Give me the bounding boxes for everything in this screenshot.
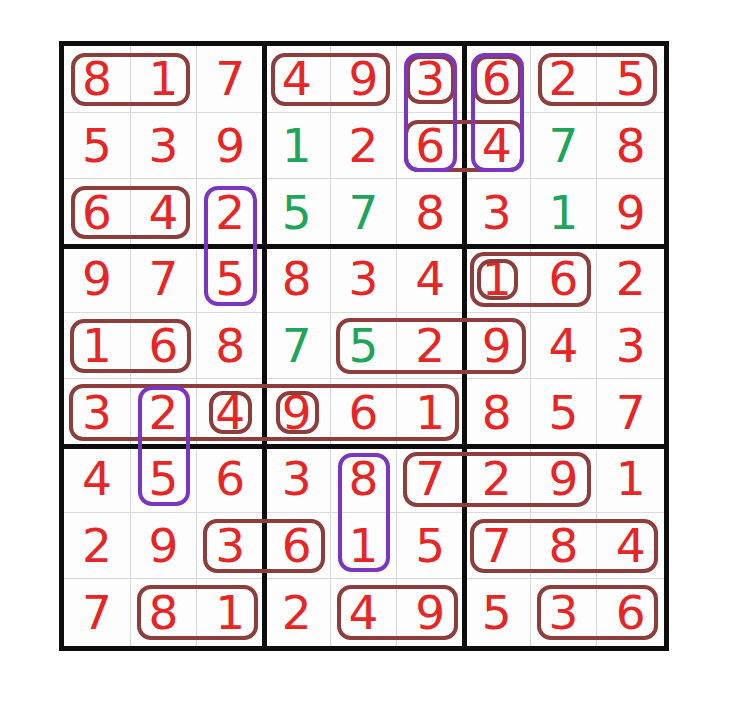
digit: 1 xyxy=(349,522,379,569)
cell-r9c1[interactable]: 7 xyxy=(64,579,131,646)
cell-r7c2[interactable]: 5 xyxy=(131,446,198,513)
cell-r5c5[interactable]: 5 xyxy=(331,313,398,380)
digit: 7 xyxy=(82,589,112,636)
cell-r9c8[interactable]: 3 xyxy=(531,579,598,646)
digit: 1 xyxy=(616,455,646,502)
cell-r8c4[interactable]: 6 xyxy=(264,513,331,580)
digit: 1 xyxy=(549,189,579,236)
digit: 9 xyxy=(415,589,445,636)
cell-r2c9[interactable]: 8 xyxy=(597,113,664,180)
digit: 5 xyxy=(482,589,512,636)
digit: 8 xyxy=(482,389,512,436)
sudoku-board: 8174936255391264786425783199758341621687… xyxy=(59,41,669,651)
cell-r1c3[interactable]: 7 xyxy=(197,46,264,113)
digit: 4 xyxy=(349,589,379,636)
digit: 9 xyxy=(549,455,579,502)
cell-r5c1[interactable]: 1 xyxy=(64,313,131,380)
cell-r6c4[interactable]: 9 xyxy=(264,379,331,446)
cell-r6c1[interactable]: 3 xyxy=(64,379,131,446)
cell-r6c9[interactable]: 7 xyxy=(597,379,664,446)
cell-r7c7[interactable]: 2 xyxy=(464,446,531,513)
cell-r2c8[interactable]: 7 xyxy=(531,113,598,180)
cell-r1c1[interactable]: 8 xyxy=(64,46,131,113)
cell-r3c1[interactable]: 6 xyxy=(64,179,131,246)
cell-r9c2[interactable]: 8 xyxy=(131,579,198,646)
cell-r3c8[interactable]: 1 xyxy=(531,179,598,246)
cell-r6c8[interactable]: 5 xyxy=(531,379,598,446)
digit: 5 xyxy=(282,189,312,236)
cell-r4c5[interactable]: 3 xyxy=(331,246,398,313)
cell-r7c3[interactable]: 6 xyxy=(197,446,264,513)
cell-r7c9[interactable]: 1 xyxy=(597,446,664,513)
cell-r5c6[interactable]: 2 xyxy=(397,313,464,380)
cell-r8c5[interactable]: 1 xyxy=(331,513,398,580)
digit: 8 xyxy=(149,589,179,636)
digit: 9 xyxy=(282,389,312,436)
cell-r1c8[interactable]: 2 xyxy=(531,46,598,113)
cell-r5c7[interactable]: 9 xyxy=(464,313,531,380)
cell-r2c5[interactable]: 2 xyxy=(331,113,398,180)
cell-r3c3[interactable]: 2 xyxy=(197,179,264,246)
cell-r5c9[interactable]: 3 xyxy=(597,313,664,380)
digit: 7 xyxy=(482,522,512,569)
digit: 4 xyxy=(415,255,445,302)
digit: 4 xyxy=(549,322,579,369)
digit: 5 xyxy=(82,122,112,169)
cell-r7c6[interactable]: 7 xyxy=(397,446,464,513)
cell-r3c5[interactable]: 7 xyxy=(331,179,398,246)
cell-r1c5[interactable]: 9 xyxy=(331,46,398,113)
digit: 4 xyxy=(149,189,179,236)
digit: 2 xyxy=(282,589,312,636)
digit: 2 xyxy=(82,522,112,569)
cell-r1c9[interactable]: 5 xyxy=(597,46,664,113)
digit: 7 xyxy=(149,255,179,302)
cell-r9c3[interactable]: 1 xyxy=(197,579,264,646)
page: 8174936255391264786425783199758341621687… xyxy=(0,0,729,720)
digit: 2 xyxy=(415,322,445,369)
digit: 7 xyxy=(415,455,445,502)
cell-r2c1[interactable]: 5 xyxy=(64,113,131,180)
digit: 8 xyxy=(616,122,646,169)
cell-r4c7[interactable]: 1 xyxy=(464,246,531,313)
digit: 3 xyxy=(482,189,512,236)
cell-r3c9[interactable]: 9 xyxy=(597,179,664,246)
digit: 9 xyxy=(349,55,379,102)
cell-r5c4[interactable]: 7 xyxy=(264,313,331,380)
cell-r3c7[interactable]: 3 xyxy=(464,179,531,246)
digit: 4 xyxy=(616,522,646,569)
cell-r5c3[interactable]: 8 xyxy=(197,313,264,380)
digit: 3 xyxy=(616,322,646,369)
digit: 4 xyxy=(282,55,312,102)
digit: 5 xyxy=(215,255,245,302)
cell-r3c4[interactable]: 5 xyxy=(264,179,331,246)
cell-r2c6[interactable]: 6 xyxy=(397,113,464,180)
digit: 2 xyxy=(215,189,245,236)
digit: 1 xyxy=(215,589,245,636)
digit: 3 xyxy=(549,589,579,636)
digit: 8 xyxy=(215,322,245,369)
cell-r2c2[interactable]: 3 xyxy=(131,113,198,180)
cell-r7c8[interactable]: 9 xyxy=(531,446,598,513)
digit: 3 xyxy=(149,122,179,169)
box-border-vertical-1 xyxy=(262,46,267,646)
cell-r3c2[interactable]: 4 xyxy=(131,179,198,246)
digit: 6 xyxy=(482,55,512,102)
digit: 3 xyxy=(415,55,445,102)
digit: 7 xyxy=(215,55,245,102)
digit: 2 xyxy=(149,389,179,436)
digit: 6 xyxy=(215,455,245,502)
digit: 8 xyxy=(415,189,445,236)
cell-r6c5[interactable]: 6 xyxy=(331,379,398,446)
cell-r7c4[interactable]: 3 xyxy=(264,446,331,513)
digit: 1 xyxy=(415,389,445,436)
cell-r1c6[interactable]: 3 xyxy=(397,46,464,113)
cell-r6c6[interactable]: 1 xyxy=(397,379,464,446)
digit: 7 xyxy=(616,389,646,436)
digit: 3 xyxy=(82,389,112,436)
digit: 5 xyxy=(349,322,379,369)
cell-r9c7[interactable]: 5 xyxy=(464,579,531,646)
cell-r6c7[interactable]: 8 xyxy=(464,379,531,446)
cell-r8c7[interactable]: 7 xyxy=(464,513,531,580)
cell-r8c2[interactable]: 9 xyxy=(131,513,198,580)
digit: 8 xyxy=(82,55,112,102)
cell-r9c4[interactable]: 2 xyxy=(264,579,331,646)
digit: 7 xyxy=(349,189,379,236)
cell-r4c1[interactable]: 9 xyxy=(64,246,131,313)
digit: 6 xyxy=(415,122,445,169)
digit: 9 xyxy=(149,522,179,569)
digit: 3 xyxy=(349,255,379,302)
cell-r4c9[interactable]: 2 xyxy=(597,246,664,313)
digit: 1 xyxy=(149,55,179,102)
digit: 3 xyxy=(215,522,245,569)
digit: 7 xyxy=(282,322,312,369)
digit: 1 xyxy=(482,255,512,302)
digit: 4 xyxy=(482,122,512,169)
digit: 1 xyxy=(82,322,112,369)
digit: 8 xyxy=(349,455,379,502)
digit: 6 xyxy=(149,322,179,369)
digit: 7 xyxy=(549,122,579,169)
cell-r6c3[interactable]: 4 xyxy=(197,379,264,446)
digit: 2 xyxy=(349,122,379,169)
cell-r2c3[interactable]: 9 xyxy=(197,113,264,180)
digit: 6 xyxy=(349,389,379,436)
cell-r4c6[interactable]: 4 xyxy=(397,246,464,313)
box-border-horizontal-2 xyxy=(64,444,664,449)
digit: 9 xyxy=(215,122,245,169)
cell-r8c3[interactable]: 3 xyxy=(197,513,264,580)
cell-r5c2[interactable]: 6 xyxy=(131,313,198,380)
digit: 5 xyxy=(415,522,445,569)
cell-r4c3[interactable]: 5 xyxy=(197,246,264,313)
cell-r7c1[interactable]: 4 xyxy=(64,446,131,513)
digit: 2 xyxy=(482,455,512,502)
digit: 9 xyxy=(616,189,646,236)
digit: 8 xyxy=(282,255,312,302)
digit: 6 xyxy=(549,255,579,302)
cell-r8c6[interactable]: 5 xyxy=(397,513,464,580)
digit: 9 xyxy=(82,255,112,302)
digit: 8 xyxy=(549,522,579,569)
cell-r2c4[interactable]: 1 xyxy=(264,113,331,180)
cell-r8c8[interactable]: 8 xyxy=(531,513,598,580)
digit: 5 xyxy=(149,455,179,502)
box-border-vertical-2 xyxy=(462,46,467,646)
cell-r1c7[interactable]: 6 xyxy=(464,46,531,113)
digit: 4 xyxy=(215,389,245,436)
digit: 6 xyxy=(282,522,312,569)
cell-r7c5[interactable]: 8 xyxy=(331,446,398,513)
digit: 9 xyxy=(482,322,512,369)
digit: 3 xyxy=(282,455,312,502)
cell-r9c6[interactable]: 9 xyxy=(397,579,464,646)
digit: 6 xyxy=(82,189,112,236)
cell-r8c9[interactable]: 4 xyxy=(597,513,664,580)
cell-r8c1[interactable]: 2 xyxy=(64,513,131,580)
cell-r4c8[interactable]: 6 xyxy=(531,246,598,313)
digit: 2 xyxy=(616,255,646,302)
box-border-horizontal-1 xyxy=(64,244,664,249)
cell-r9c5[interactable]: 4 xyxy=(331,579,398,646)
cell-r5c8[interactable]: 4 xyxy=(531,313,598,380)
cell-r4c4[interactable]: 8 xyxy=(264,246,331,313)
cell-r6c2[interactable]: 2 xyxy=(131,379,198,446)
digit: 4 xyxy=(82,455,112,502)
digit: 5 xyxy=(549,389,579,436)
cell-r1c2[interactable]: 1 xyxy=(131,46,198,113)
cell-r9c9[interactable]: 6 xyxy=(597,579,664,646)
cell-grid: 8174936255391264786425783199758341621687… xyxy=(64,46,664,646)
digit: 5 xyxy=(616,55,646,102)
digit: 6 xyxy=(616,589,646,636)
cell-r1c4[interactable]: 4 xyxy=(264,46,331,113)
cell-r4c2[interactable]: 7 xyxy=(131,246,198,313)
cell-r3c6[interactable]: 8 xyxy=(397,179,464,246)
digit: 1 xyxy=(282,122,312,169)
digit: 2 xyxy=(549,55,579,102)
cell-r2c7[interactable]: 4 xyxy=(464,113,531,180)
